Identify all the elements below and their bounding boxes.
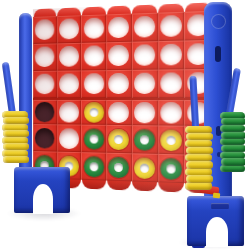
green-disc: [84, 156, 104, 177]
green-disc: [84, 128, 104, 149]
board-cell: [33, 70, 57, 97]
board-cell: [106, 42, 131, 70]
board-cell: [158, 154, 185, 183]
board-cell: [132, 153, 158, 182]
board-cell: [81, 42, 106, 70]
board-cell: [158, 97, 185, 126]
empty-hole: [109, 102, 130, 123]
empty-hole: [84, 46, 104, 67]
board-cell: [106, 97, 131, 125]
right-foot-arch: [206, 217, 228, 247]
board-cell: [158, 69, 185, 98]
disc-center-hole: [166, 164, 175, 173]
board-cell: [106, 70, 131, 98]
empty-hole: [134, 102, 155, 123]
board-cell: [81, 152, 106, 180]
disc-center-hole: [140, 163, 149, 172]
board-cell: [158, 12, 185, 41]
board-cell: [81, 98, 106, 126]
yellow-tray-disc: [3, 130, 29, 137]
scallop-bump: [107, 181, 131, 191]
green-disc: [109, 156, 130, 178]
board-cell: [132, 125, 158, 154]
board-cell: [106, 125, 131, 153]
yellow-disc: [134, 157, 155, 179]
board-cell: [158, 40, 185, 69]
yellow-tray-disc: [186, 133, 213, 141]
empty-hole: [109, 73, 130, 94]
empty-hole: [109, 45, 130, 66]
board-cell: [81, 70, 106, 98]
board-cell: [33, 16, 57, 44]
board-cell: [57, 70, 81, 97]
lever-yellow-nub: [213, 193, 221, 199]
foot-emboss-label: [211, 203, 229, 209]
green-disc: [134, 129, 155, 151]
empty-hole: [59, 19, 79, 40]
empty-hole: [109, 17, 130, 39]
empty-hole: [35, 74, 55, 94]
green-tray-disc: [220, 165, 245, 172]
board-cell: [106, 153, 131, 182]
right-disc-tray-green: [220, 112, 245, 172]
empty-hole: [35, 128, 55, 149]
green-tray-disc: [221, 158, 245, 165]
yellow-tray-disc: [3, 156, 29, 163]
board-cell: [57, 125, 81, 153]
empty-hole: [84, 73, 104, 94]
empty-hole: [134, 73, 155, 94]
disc-center-hole: [89, 162, 98, 171]
scallop-bump: [82, 180, 106, 190]
board-cell: [158, 126, 185, 155]
yellow-tray-disc: [3, 143, 29, 150]
yellow-tray-disc: [186, 175, 213, 183]
empty-hole: [160, 102, 182, 124]
yellow-disc: [84, 102, 104, 123]
empty-hole: [35, 47, 55, 68]
empty-hole: [160, 44, 182, 66]
empty-hole: [134, 16, 155, 38]
green-tray-disc: [221, 132, 245, 139]
board-cell: [132, 69, 158, 97]
board-cell: [81, 125, 106, 153]
post-emboss-circle: [211, 14, 226, 29]
board-cell: [33, 43, 57, 70]
empty-hole: [160, 72, 182, 94]
left-foot-arch: [33, 184, 53, 214]
empty-hole: [134, 44, 155, 66]
yellow-tray-disc: [186, 161, 213, 169]
board-cell: [33, 98, 57, 125]
empty-hole: [59, 128, 79, 149]
board-cell: [57, 15, 81, 43]
disc-center-hole: [115, 162, 124, 171]
board-cell: [81, 14, 106, 42]
yellow-tray-disc: [186, 147, 213, 155]
board-cell: [132, 41, 158, 70]
board-cell: [33, 124, 57, 151]
right-disc-tray-yellow: [185, 126, 212, 190]
scallop-bump: [158, 182, 184, 192]
empty-hole: [35, 102, 55, 122]
connect-four-product-photo: [0, 0, 245, 250]
empty-hole: [160, 15, 182, 37]
board-cell: [132, 97, 158, 125]
yellow-tray-disc: [3, 117, 29, 124]
board-cell: [57, 43, 81, 71]
green-tray-disc: [221, 145, 245, 152]
yellow-tray-disc: [185, 182, 212, 190]
board-cell: [57, 98, 81, 125]
empty-hole: [59, 102, 79, 123]
empty-hole: [59, 73, 79, 94]
board-cell: [106, 14, 131, 43]
disc-center-hole: [89, 134, 98, 143]
disc-center-hole: [115, 135, 124, 144]
empty-hole: [59, 46, 79, 67]
empty-hole: [84, 18, 104, 39]
green-tray-disc: [221, 118, 245, 125]
disc-center-hole: [89, 108, 98, 117]
disc-center-hole: [140, 135, 149, 144]
disc-center-hole: [166, 135, 175, 144]
board-cell: [132, 13, 158, 42]
yellow-disc: [160, 129, 182, 151]
left-disc-tray-yellow: [2, 111, 28, 163]
yellow-disc: [109, 129, 130, 150]
green-disc: [160, 158, 182, 180]
empty-hole: [35, 19, 55, 40]
post-slot: [215, 46, 221, 62]
scallop-bump: [132, 181, 157, 191]
